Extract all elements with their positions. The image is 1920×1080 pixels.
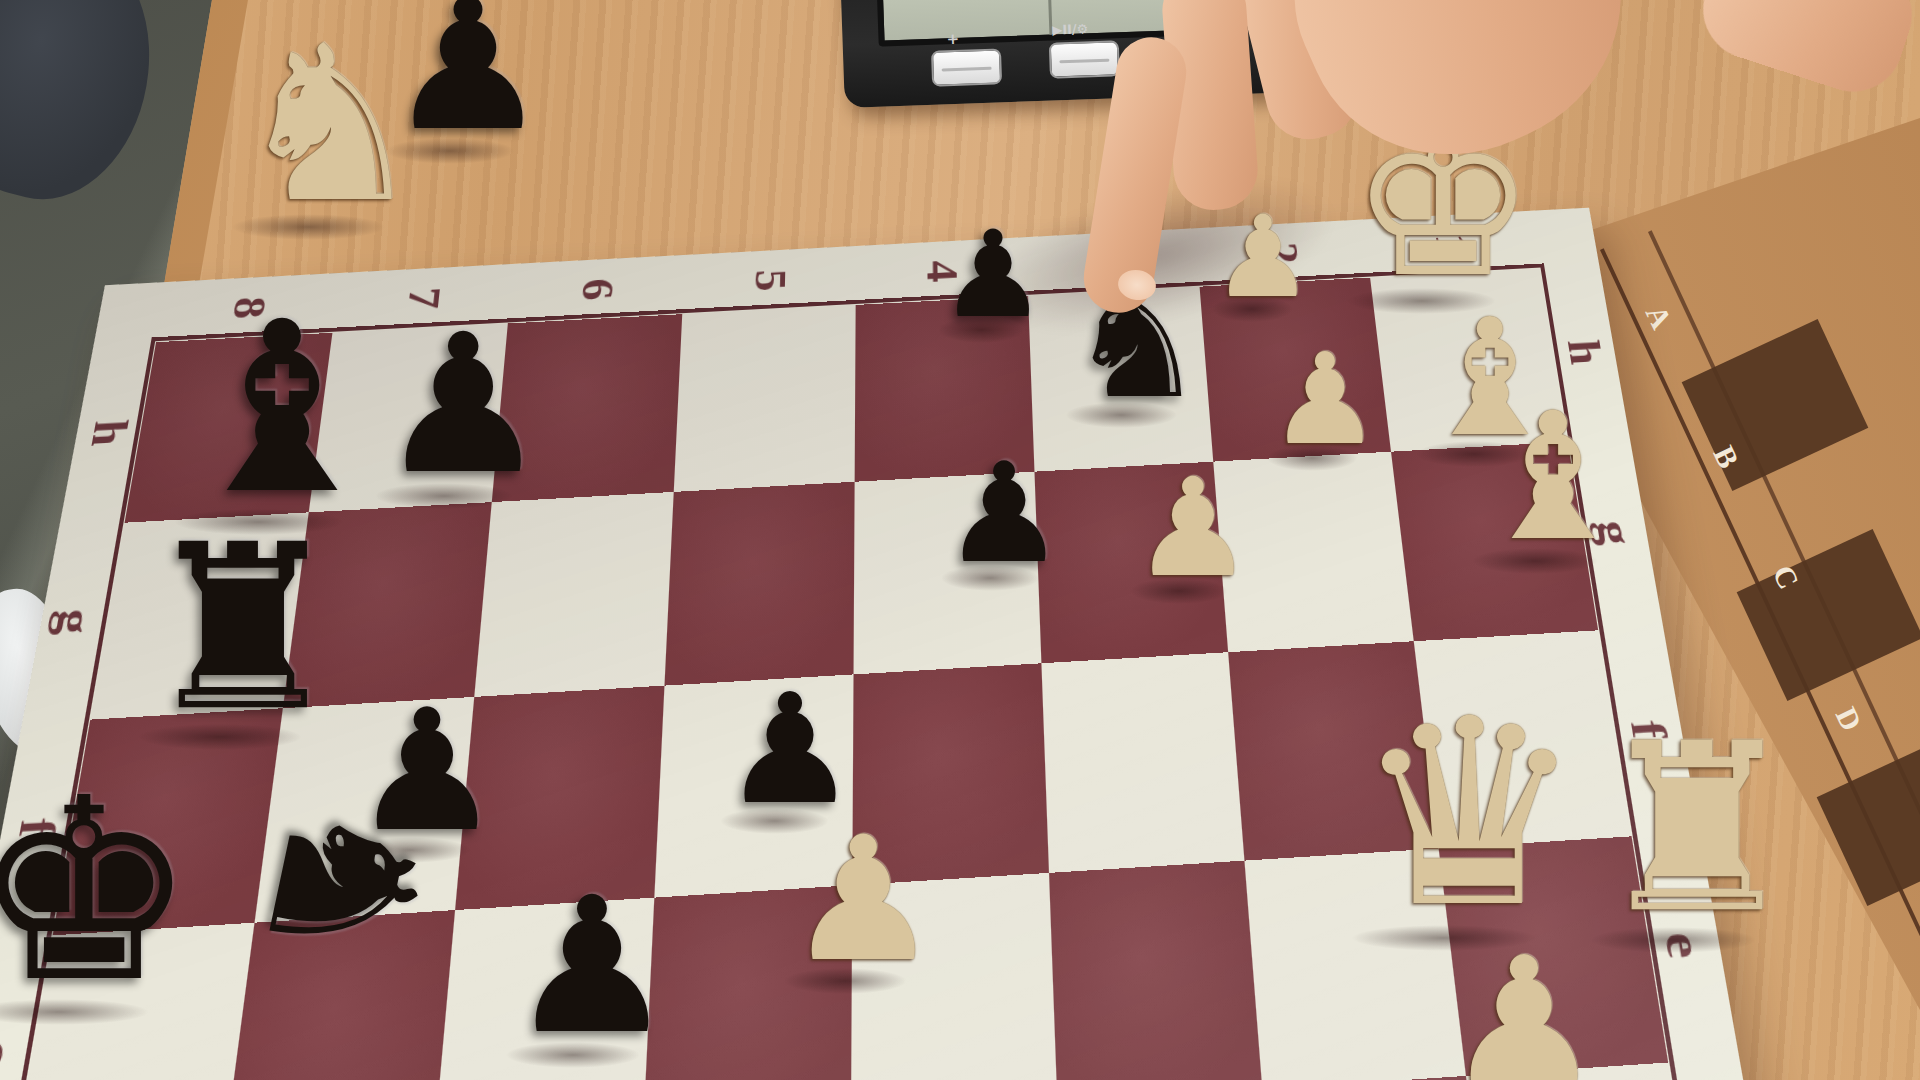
square-f3[interactable] [1041,652,1244,873]
clock-plus-button[interactable] [931,48,1002,86]
piece-bP-h4[interactable]: ♟ [939,215,1047,335]
square-h5[interactable] [674,305,856,492]
clock-play-pause-button[interactable] [1049,40,1120,78]
sideboard-dark-square [1737,529,1920,701]
piece-wB-f1[interactable]: ♝ [1474,390,1632,566]
top-label-5: 5 [682,246,856,314]
sideboard-letter-C: C [1766,560,1806,594]
piece-bP-d6[interactable]: ♟ [508,872,677,1060]
piece-bR-f8[interactable]: ♜ [141,514,345,742]
right-label-d: d [1668,1058,1783,1080]
square-e3[interactable] [1049,861,1262,1080]
captured-piece-bP[interactable]: ♟ [386,0,549,156]
sideboard-dark-square [1682,319,1869,491]
piece-wR-d1[interactable]: ♜ [1593,713,1801,945]
piece-bP-g7[interactable]: ♟ [377,309,549,501]
piece-wP-g2[interactable]: ♟ [1269,337,1382,463]
piece-bK-d8[interactable]: ♚ [0,765,197,1017]
piece-wP-f3[interactable]: ♟ [1132,460,1254,596]
sideboard-letter-A: A [1639,300,1679,334]
sideboard-dark-square [1817,734,1920,906]
corner-label [94,282,167,345]
corner-label [1530,208,1599,269]
piece-wQ-d2[interactable]: ♛ [1353,685,1584,943]
clock-playpause-label: ▶II/⚙ [1052,21,1089,37]
piece-wP-c2[interactable]: ♟ [1444,934,1604,1080]
piece-wP-h2[interactable]: ♟ [1212,201,1313,314]
clock-plus-label: + [946,30,959,48]
piece-bB-g8[interactable]: ♝ [176,291,388,527]
sideboard-letter-D: D [1829,702,1869,736]
square-g5[interactable] [664,482,854,686]
square-g6[interactable] [474,492,673,697]
sideboard-letter-B: B [1706,441,1745,474]
photo-canvas: ABCD + ▶II/⚙ 87654321hhggffeeddccbbaa876… [0,0,1920,1080]
piece-bP-f4[interactable]: ♟ [942,445,1066,583]
piece-bN-d7[interactable]: ♞ [234,777,457,996]
opponent-finger [1690,0,1920,105]
piece-wP-d5[interactable]: ♟ [786,814,940,986]
